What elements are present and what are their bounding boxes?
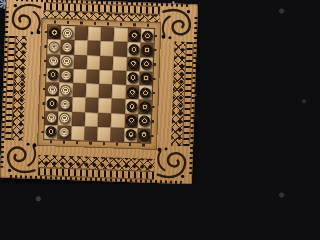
comb-cutouts <box>38 167 154 180</box>
square-c4[interactable] <box>73 69 87 84</box>
square-b1[interactable] <box>61 26 75 41</box>
square-f4[interactable] <box>112 70 126 85</box>
square-c8[interactable] <box>71 126 85 141</box>
square-d7[interactable] <box>85 112 99 127</box>
fretwork-band-bottom <box>38 155 155 180</box>
square-a1[interactable] <box>48 25 62 40</box>
square-d6[interactable] <box>85 98 99 113</box>
light-checker[interactable] <box>48 55 59 66</box>
fretwork-band-left <box>4 36 27 141</box>
square-h6[interactable] <box>138 100 152 115</box>
serrated-edge-left <box>0 8 9 168</box>
comb-cutouts <box>4 36 16 140</box>
square-g6[interactable] <box>125 99 139 114</box>
square-c3[interactable] <box>73 55 87 70</box>
square-e5[interactable] <box>99 84 113 99</box>
square-e1[interactable] <box>101 27 115 42</box>
diamond-lattice-cutouts <box>171 42 186 146</box>
square-h5[interactable] <box>138 85 152 100</box>
light-checker[interactable] <box>60 84 71 95</box>
square-e7[interactable] <box>98 112 112 127</box>
dark-checker[interactable] <box>127 58 138 69</box>
square-a3[interactable] <box>47 54 61 69</box>
dark-checker[interactable] <box>140 87 151 98</box>
dark-checker[interactable] <box>45 127 56 138</box>
square-g8[interactable] <box>124 128 138 143</box>
square-g7[interactable] <box>124 113 138 128</box>
square-a5[interactable] <box>46 82 60 97</box>
square-c7[interactable] <box>71 112 85 127</box>
square-f1[interactable] <box>114 28 128 43</box>
square-e6[interactable] <box>98 98 112 113</box>
square-d1[interactable] <box>87 27 101 42</box>
square-c5[interactable] <box>72 83 86 98</box>
square-c2[interactable] <box>74 40 88 55</box>
square-e2[interactable] <box>100 41 114 56</box>
comb-cutouts <box>182 42 194 146</box>
light-checker[interactable] <box>62 27 73 38</box>
dark-checker[interactable] <box>46 98 57 109</box>
square-f3[interactable] <box>113 56 127 71</box>
square-h2[interactable] <box>140 43 154 58</box>
light-checker[interactable] <box>61 56 72 67</box>
square-f7[interactable] <box>111 113 125 128</box>
square-g1[interactable] <box>127 28 141 43</box>
dark-checker[interactable] <box>125 115 136 126</box>
light-checker[interactable] <box>60 99 71 110</box>
square-d3[interactable] <box>86 55 100 70</box>
dark-checker[interactable] <box>140 73 151 84</box>
scroll-carving-corner <box>2 139 40 177</box>
light-checker[interactable] <box>47 84 58 95</box>
light-checker[interactable] <box>61 70 72 81</box>
dark-checker[interactable] <box>126 87 137 98</box>
square-e3[interactable] <box>100 56 114 71</box>
scroll-carving-corner <box>153 144 191 182</box>
square-a6[interactable] <box>45 96 59 111</box>
serrated-edge-top <box>16 0 188 7</box>
square-h1[interactable] <box>140 28 154 43</box>
scroll-carving-corner <box>158 5 196 43</box>
square-b7[interactable] <box>58 111 72 126</box>
square-f8[interactable] <box>110 127 124 142</box>
square-c1[interactable] <box>74 26 88 41</box>
light-checker[interactable] <box>62 42 73 53</box>
dark-checker[interactable] <box>128 44 139 55</box>
square-g2[interactable] <box>127 42 141 57</box>
light-checker[interactable] <box>59 127 70 138</box>
square-a4[interactable] <box>46 68 60 83</box>
square-a2[interactable] <box>47 39 61 54</box>
dark-checker[interactable] <box>142 30 153 41</box>
square-f2[interactable] <box>113 42 127 57</box>
square-b3[interactable] <box>60 54 74 69</box>
dark-checker[interactable] <box>141 59 152 70</box>
scroll-carving-corner <box>7 0 45 38</box>
diamond-lattice-cutouts <box>12 36 27 140</box>
square-h8[interactable] <box>137 128 151 143</box>
comb-cutouts <box>44 2 160 15</box>
diamond-lattice-cutouts <box>38 155 154 171</box>
square-c6[interactable] <box>72 97 86 112</box>
square-d8[interactable] <box>84 126 98 141</box>
dark-checker[interactable] <box>139 116 150 127</box>
square-e4[interactable] <box>99 70 113 85</box>
square-e8[interactable] <box>97 127 111 142</box>
square-a8[interactable] <box>44 125 58 140</box>
dark-checker[interactable] <box>126 101 137 112</box>
light-checker[interactable] <box>59 113 70 124</box>
dark-checker[interactable] <box>128 30 139 41</box>
square-b6[interactable] <box>59 97 73 112</box>
dark-checker[interactable] <box>127 72 138 83</box>
serrated-edge-bottom <box>10 175 182 184</box>
square-a7[interactable] <box>45 111 59 126</box>
square-g3[interactable] <box>126 56 140 71</box>
light-checker[interactable] <box>46 112 57 123</box>
photo-of-carved-wooden-checkers-board: { "game": "checkers (draughts) on a hand… <box>0 0 200 184</box>
board-grid <box>44 25 154 143</box>
square-d2[interactable] <box>87 41 101 56</box>
square-d4[interactable] <box>86 69 100 84</box>
square-f6[interactable] <box>111 99 125 114</box>
wooden-board <box>0 0 198 184</box>
square-b8[interactable] <box>58 125 72 140</box>
dark-checker[interactable] <box>139 101 150 112</box>
square-g4[interactable] <box>126 71 140 86</box>
fretwork-band-right <box>171 42 194 147</box>
dark-checker[interactable] <box>138 130 149 141</box>
dark-checker[interactable] <box>141 44 152 55</box>
dark-checker[interactable] <box>49 27 60 38</box>
square-b5[interactable] <box>59 83 73 98</box>
dark-checker[interactable] <box>125 129 136 140</box>
serrated-edge-right <box>189 14 198 174</box>
square-h4[interactable] <box>139 71 153 86</box>
dark-checker[interactable] <box>47 70 58 81</box>
square-h7[interactable] <box>137 114 151 129</box>
square-h3[interactable] <box>139 57 153 72</box>
light-checker[interactable] <box>48 41 59 52</box>
square-b2[interactable] <box>61 40 75 55</box>
square-g5[interactable] <box>125 85 139 100</box>
square-d5[interactable] <box>86 84 100 99</box>
square-b4[interactable] <box>60 68 74 83</box>
square-f5[interactable] <box>112 84 126 99</box>
